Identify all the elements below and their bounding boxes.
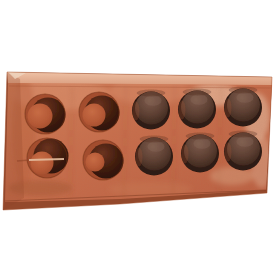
brick-illustration [0,0,280,280]
brick-hole-row1-col1-open [25,94,66,134]
brick-photo [0,0,280,280]
brick [3,70,274,212]
brick-hole-row2-col2-open [83,140,124,180]
brick-hole-row1-col2-open [79,92,120,132]
